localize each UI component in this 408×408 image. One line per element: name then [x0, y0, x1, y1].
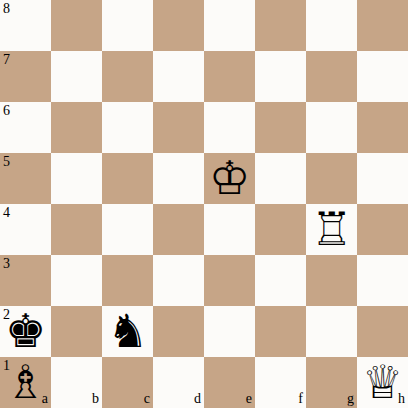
- square-e2[interactable]: [204, 306, 255, 357]
- square-a5[interactable]: 5: [0, 153, 51, 204]
- square-g4[interactable]: ♖: [306, 204, 357, 255]
- file-label-c: c: [144, 391, 150, 407]
- white-king[interactable]: ♔: [204, 153, 255, 204]
- square-e3[interactable]: [204, 255, 255, 306]
- square-f7[interactable]: [255, 51, 306, 102]
- square-c1[interactable]: c: [102, 357, 153, 408]
- square-d8[interactable]: [153, 0, 204, 51]
- file-label-d: d: [194, 391, 201, 407]
- square-b5[interactable]: [51, 153, 102, 204]
- square-c6[interactable]: [102, 102, 153, 153]
- square-e8[interactable]: [204, 0, 255, 51]
- rank-label-3: 3: [3, 256, 10, 272]
- file-label-f: f: [298, 391, 303, 407]
- square-d1[interactable]: d: [153, 357, 204, 408]
- square-d3[interactable]: [153, 255, 204, 306]
- file-label-e: e: [246, 391, 252, 407]
- square-f5[interactable]: [255, 153, 306, 204]
- square-f1[interactable]: f: [255, 357, 306, 408]
- black-knight[interactable]: ♞: [102, 306, 153, 357]
- rank-label-7: 7: [3, 52, 10, 68]
- square-h5[interactable]: [357, 153, 408, 204]
- square-e1[interactable]: e: [204, 357, 255, 408]
- square-c2[interactable]: ♞: [102, 306, 153, 357]
- square-b6[interactable]: [51, 102, 102, 153]
- square-f8[interactable]: [255, 0, 306, 51]
- black-king[interactable]: ♚: [0, 306, 51, 357]
- square-g8[interactable]: [306, 0, 357, 51]
- square-c7[interactable]: [102, 51, 153, 102]
- file-label-b: b: [92, 391, 99, 407]
- square-h2[interactable]: [357, 306, 408, 357]
- chess-board: 8765♔4♖32♚♞1a♗bcdefgh♕: [0, 0, 408, 408]
- square-g7[interactable]: [306, 51, 357, 102]
- square-b8[interactable]: [51, 0, 102, 51]
- file-label-g: g: [347, 391, 354, 407]
- square-e5[interactable]: ♔: [204, 153, 255, 204]
- square-g1[interactable]: g: [306, 357, 357, 408]
- square-a2[interactable]: 2♚: [0, 306, 51, 357]
- square-g3[interactable]: [306, 255, 357, 306]
- square-d4[interactable]: [153, 204, 204, 255]
- square-c5[interactable]: [102, 153, 153, 204]
- square-f3[interactable]: [255, 255, 306, 306]
- square-h1[interactable]: h♕: [357, 357, 408, 408]
- white-queen[interactable]: ♕: [357, 357, 408, 408]
- square-a7[interactable]: 7: [0, 51, 51, 102]
- square-e7[interactable]: [204, 51, 255, 102]
- white-rook[interactable]: ♖: [306, 204, 357, 255]
- square-b4[interactable]: [51, 204, 102, 255]
- square-h8[interactable]: [357, 0, 408, 51]
- rank-label-5: 5: [3, 154, 10, 170]
- square-d5[interactable]: [153, 153, 204, 204]
- square-a6[interactable]: 6: [0, 102, 51, 153]
- square-h4[interactable]: [357, 204, 408, 255]
- square-g5[interactable]: [306, 153, 357, 204]
- square-a4[interactable]: 4: [0, 204, 51, 255]
- square-b1[interactable]: b: [51, 357, 102, 408]
- square-b7[interactable]: [51, 51, 102, 102]
- square-h6[interactable]: [357, 102, 408, 153]
- square-g2[interactable]: [306, 306, 357, 357]
- square-h7[interactable]: [357, 51, 408, 102]
- square-e4[interactable]: [204, 204, 255, 255]
- square-a3[interactable]: 3: [0, 255, 51, 306]
- square-b3[interactable]: [51, 255, 102, 306]
- rank-label-8: 8: [3, 1, 10, 17]
- square-d7[interactable]: [153, 51, 204, 102]
- square-f4[interactable]: [255, 204, 306, 255]
- white-bishop[interactable]: ♗: [0, 357, 51, 408]
- square-h3[interactable]: [357, 255, 408, 306]
- square-f2[interactable]: [255, 306, 306, 357]
- square-g6[interactable]: [306, 102, 357, 153]
- square-a8[interactable]: 8: [0, 0, 51, 51]
- square-d2[interactable]: [153, 306, 204, 357]
- square-c3[interactable]: [102, 255, 153, 306]
- square-e6[interactable]: [204, 102, 255, 153]
- square-f6[interactable]: [255, 102, 306, 153]
- square-b2[interactable]: [51, 306, 102, 357]
- square-d6[interactable]: [153, 102, 204, 153]
- square-c4[interactable]: [102, 204, 153, 255]
- rank-label-4: 4: [3, 205, 10, 221]
- square-a1[interactable]: 1a♗: [0, 357, 51, 408]
- square-c8[interactable]: [102, 0, 153, 51]
- rank-label-6: 6: [3, 103, 10, 119]
